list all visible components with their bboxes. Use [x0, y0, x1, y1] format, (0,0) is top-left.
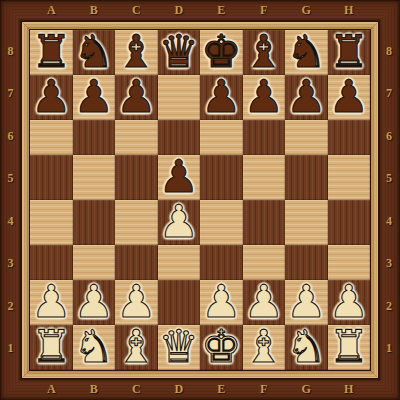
rank-label-left-2: 2: [0, 285, 21, 328]
piece-white-pawn-c2[interactable]: ♟: [116, 279, 156, 324]
rank-label-left-4: 4: [0, 200, 21, 243]
square-a7[interactable]: ♟: [30, 75, 73, 120]
square-h1[interactable]: ♜: [328, 325, 371, 370]
square-c6[interactable]: [115, 120, 158, 155]
square-b6[interactable]: [73, 120, 116, 155]
square-f5[interactable]: [243, 155, 286, 200]
rank-label-right-6: 6: [378, 115, 400, 158]
square-f6[interactable]: [243, 120, 286, 155]
rank-label-left-6: 6: [0, 115, 21, 158]
piece-black-pawn-g7[interactable]: ♟: [286, 74, 326, 119]
rank-labels-left: 87654321: [0, 30, 21, 370]
rank-label-left-7: 7: [0, 73, 21, 116]
file-label-top-c: C: [115, 0, 158, 21]
piece-white-pawn-e2[interactable]: ♟: [201, 279, 241, 324]
square-g6[interactable]: [285, 120, 328, 155]
piece-white-bishop-c1[interactable]: ♝: [116, 324, 156, 369]
square-a1[interactable]: ♜: [30, 325, 73, 370]
rank-label-right-7: 7: [378, 73, 400, 116]
square-c8[interactable]: ♝: [115, 30, 158, 75]
file-labels-bottom: ABCDEFGH: [30, 378, 370, 400]
square-e8[interactable]: ♚: [200, 30, 243, 75]
rank-label-left-8: 8: [0, 30, 21, 73]
file-label-bottom-h: H: [328, 378, 371, 400]
rank-label-right-3: 3: [378, 243, 400, 286]
piece-black-pawn-a7[interactable]: ♟: [31, 74, 71, 119]
square-d5[interactable]: ♟: [158, 155, 201, 200]
piece-black-bishop-c8[interactable]: ♝: [116, 29, 156, 74]
square-b2[interactable]: ♟: [73, 280, 116, 325]
piece-white-queen-d1[interactable]: ♛: [159, 324, 199, 369]
square-h4[interactable]: [328, 200, 371, 245]
square-d3[interactable]: [158, 245, 201, 280]
square-a6[interactable]: [30, 120, 73, 155]
file-label-bottom-c: C: [115, 378, 158, 400]
square-d8[interactable]: ♛: [158, 30, 201, 75]
file-label-bottom-a: A: [30, 378, 73, 400]
square-e1[interactable]: ♚: [200, 325, 243, 370]
piece-black-pawn-h7[interactable]: ♟: [329, 74, 369, 119]
square-g5[interactable]: [285, 155, 328, 200]
square-d1[interactable]: ♛: [158, 325, 201, 370]
piece-white-pawn-d4[interactable]: ♟: [159, 199, 199, 244]
rank-label-right-1: 1: [378, 328, 400, 371]
square-e2[interactable]: ♟: [200, 280, 243, 325]
piece-white-rook-a1[interactable]: ♜: [31, 324, 71, 369]
piece-black-rook-a8[interactable]: ♜: [31, 29, 71, 74]
chess-board: ♜♞♝♛♚♝♞♜♟♟♟♟♟♟♟♟♟♟♟♟♟♟♟♟♜♞♝♛♚♝♞♜: [30, 30, 370, 370]
piece-white-pawn-b2[interactable]: ♟: [74, 279, 114, 324]
file-labels-top: ABCDEFGH: [30, 0, 370, 21]
file-label-bottom-g: G: [285, 378, 328, 400]
square-g2[interactable]: ♟: [285, 280, 328, 325]
file-label-bottom-f: F: [243, 378, 286, 400]
square-f8[interactable]: ♝: [243, 30, 286, 75]
piece-white-knight-b1[interactable]: ♞: [74, 324, 114, 369]
file-label-top-b: B: [73, 0, 116, 21]
rank-label-right-2: 2: [378, 285, 400, 328]
square-f4[interactable]: [243, 200, 286, 245]
square-d2[interactable]: [158, 280, 201, 325]
square-h6[interactable]: [328, 120, 371, 155]
piece-black-queen-d8[interactable]: ♛: [159, 29, 199, 74]
square-e6[interactable]: [200, 120, 243, 155]
square-e4[interactable]: [200, 200, 243, 245]
square-b8[interactable]: ♞: [73, 30, 116, 75]
square-c1[interactable]: ♝: [115, 325, 158, 370]
piece-black-pawn-b7[interactable]: ♟: [74, 74, 114, 119]
square-c4[interactable]: [115, 200, 158, 245]
piece-black-pawn-f7[interactable]: ♟: [244, 74, 284, 119]
rank-label-left-3: 3: [0, 243, 21, 286]
piece-white-rook-h1[interactable]: ♜: [329, 324, 369, 369]
rank-labels-right: 87654321: [378, 30, 400, 370]
rank-label-right-8: 8: [378, 30, 400, 73]
rank-label-left-1: 1: [0, 328, 21, 371]
file-label-top-d: D: [158, 0, 201, 21]
rank-label-left-5: 5: [0, 158, 21, 201]
piece-white-knight-g1[interactable]: ♞: [286, 324, 326, 369]
piece-white-pawn-f2[interactable]: ♟: [244, 279, 284, 324]
square-e5[interactable]: [200, 155, 243, 200]
piece-black-knight-b8[interactable]: ♞: [74, 29, 114, 74]
square-d4[interactable]: ♟: [158, 200, 201, 245]
piece-black-knight-g8[interactable]: ♞: [286, 29, 326, 74]
piece-black-king-e8[interactable]: ♚: [201, 29, 241, 74]
square-h2[interactable]: ♟: [328, 280, 371, 325]
rank-label-right-4: 4: [378, 200, 400, 243]
file-label-top-h: H: [328, 0, 371, 21]
piece-white-pawn-a2[interactable]: ♟: [31, 279, 71, 324]
piece-white-bishop-f1[interactable]: ♝: [244, 324, 284, 369]
square-a2[interactable]: ♟: [30, 280, 73, 325]
square-f1[interactable]: ♝: [243, 325, 286, 370]
square-b4[interactable]: [73, 200, 116, 245]
square-a5[interactable]: [30, 155, 73, 200]
piece-black-pawn-c7[interactable]: ♟: [116, 74, 156, 119]
square-h8[interactable]: ♜: [328, 30, 371, 75]
file-label-top-e: E: [200, 0, 243, 21]
square-e7[interactable]: ♟: [200, 75, 243, 120]
square-g4[interactable]: [285, 200, 328, 245]
square-b5[interactable]: [73, 155, 116, 200]
file-label-bottom-d: D: [158, 378, 201, 400]
piece-white-king-e1[interactable]: ♚: [201, 324, 241, 369]
file-label-top-f: F: [243, 0, 286, 21]
piece-white-pawn-h2[interactable]: ♟: [329, 279, 369, 324]
square-g7[interactable]: ♟: [285, 75, 328, 120]
square-h7[interactable]: ♟: [328, 75, 371, 120]
square-a8[interactable]: ♜: [30, 30, 73, 75]
square-c5[interactable]: [115, 155, 158, 200]
rank-label-right-5: 5: [378, 158, 400, 201]
piece-black-pawn-e7[interactable]: ♟: [201, 74, 241, 119]
piece-black-pawn-d5[interactable]: ♟: [159, 154, 199, 199]
square-h5[interactable]: [328, 155, 371, 200]
file-label-top-g: G: [285, 0, 328, 21]
square-a4[interactable]: [30, 200, 73, 245]
square-g1[interactable]: ♞: [285, 325, 328, 370]
square-c2[interactable]: ♟: [115, 280, 158, 325]
piece-black-bishop-f8[interactable]: ♝: [244, 29, 284, 74]
square-b1[interactable]: ♞: [73, 325, 116, 370]
square-d7[interactable]: [158, 75, 201, 120]
file-label-bottom-e: E: [200, 378, 243, 400]
piece-white-pawn-g2[interactable]: ♟: [286, 279, 326, 324]
piece-black-rook-h8[interactable]: ♜: [329, 29, 369, 74]
square-g8[interactable]: ♞: [285, 30, 328, 75]
square-f7[interactable]: ♟: [243, 75, 286, 120]
file-label-bottom-b: B: [73, 378, 116, 400]
square-f2[interactable]: ♟: [243, 280, 286, 325]
chess-board-widget: ABCDEFGH ABCDEFGH 87654321 87654321 ♜♞♝♛…: [0, 0, 400, 400]
square-b7[interactable]: ♟: [73, 75, 116, 120]
square-c7[interactable]: ♟: [115, 75, 158, 120]
file-label-top-a: A: [30, 0, 73, 21]
